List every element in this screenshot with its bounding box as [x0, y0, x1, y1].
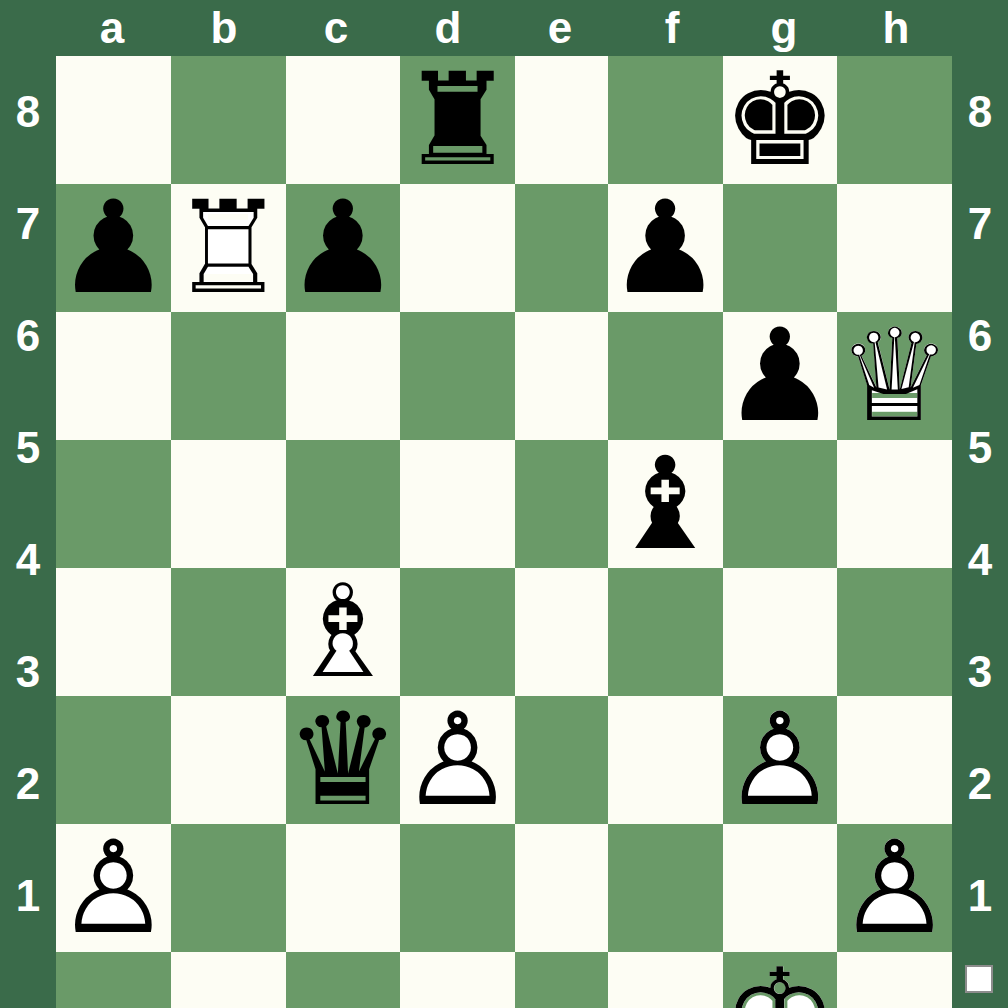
- square-e2[interactable]: [515, 824, 608, 952]
- black-rook[interactable]: ♜: [400, 56, 515, 184]
- square-f4[interactable]: [608, 568, 723, 696]
- square-a3[interactable]: [56, 696, 171, 824]
- square-b3[interactable]: [171, 696, 286, 824]
- piece-outline-glyph: ♔: [723, 952, 838, 1008]
- square-c5[interactable]: [286, 440, 401, 568]
- side-to-move-indicator: [965, 965, 993, 993]
- black-bishop[interactable]: ♝: [608, 440, 723, 568]
- rank-labels-right: 87654321: [952, 56, 1008, 952]
- rank-label-1: 1: [952, 840, 1008, 952]
- square-b8[interactable]: [171, 56, 286, 184]
- square-h4[interactable]: [837, 568, 952, 696]
- black-queen[interactable]: ♛: [286, 696, 401, 824]
- piece-outline-glyph: ♗: [286, 568, 401, 696]
- square-d4[interactable]: [400, 568, 515, 696]
- square-b2[interactable]: [171, 824, 286, 952]
- white-king[interactable]: ♚♔: [723, 952, 838, 1008]
- square-d5[interactable]: [400, 440, 515, 568]
- rank-label-8: 8: [0, 56, 56, 168]
- piece-outline-glyph: ♕: [837, 312, 952, 440]
- square-a6[interactable]: [56, 312, 171, 440]
- square-c8[interactable]: [286, 56, 401, 184]
- square-d6[interactable]: [400, 312, 515, 440]
- white-rook[interactable]: ♜♖: [171, 184, 286, 312]
- square-f8[interactable]: [608, 56, 723, 184]
- piece-outline-glyph: ♙: [837, 824, 952, 952]
- file-label-c: c: [280, 0, 392, 56]
- black-pawn[interactable]: ♟: [608, 184, 723, 312]
- square-h7[interactable]: [837, 184, 952, 312]
- square-a7[interactable]: ♟: [56, 184, 171, 312]
- square-f3[interactable]: [608, 696, 723, 824]
- square-c1[interactable]: [286, 952, 401, 1008]
- black-pawn[interactable]: ♟: [286, 184, 401, 312]
- black-pawn[interactable]: ♟: [56, 184, 171, 312]
- chess-board-frame: abcdefgh abcdefgh 87654321 87654321 ♜♚♟♜…: [0, 0, 1008, 1008]
- square-a8[interactable]: [56, 56, 171, 184]
- square-d3[interactable]: ♟♙: [400, 696, 515, 824]
- square-g2[interactable]: [723, 824, 838, 952]
- square-b4[interactable]: [171, 568, 286, 696]
- rank-label-5: 5: [952, 392, 1008, 504]
- square-h6[interactable]: ♛♕: [837, 312, 952, 440]
- piece-glyph: ♛: [286, 696, 401, 824]
- white-pawn[interactable]: ♟♙: [837, 824, 952, 952]
- file-label-a: a: [56, 0, 168, 56]
- square-e6[interactable]: [515, 312, 608, 440]
- black-pawn[interactable]: ♟: [723, 312, 838, 440]
- piece-glyph: ♝: [608, 440, 723, 568]
- square-c6[interactable]: [286, 312, 401, 440]
- rank-label-7: 7: [952, 168, 1008, 280]
- square-b6[interactable]: [171, 312, 286, 440]
- square-g3[interactable]: ♟♙: [723, 696, 838, 824]
- rank-labels-left: 87654321: [0, 56, 56, 952]
- square-b1[interactable]: [171, 952, 286, 1008]
- square-g4[interactable]: [723, 568, 838, 696]
- white-pawn[interactable]: ♟♙: [723, 696, 838, 824]
- piece-glyph: ♚: [723, 56, 838, 184]
- square-d7[interactable]: [400, 184, 515, 312]
- square-e3[interactable]: [515, 696, 608, 824]
- file-label-e: e: [504, 0, 616, 56]
- piece-glyph: ♟: [723, 312, 838, 440]
- square-e5[interactable]: [515, 440, 608, 568]
- rank-label-8: 8: [952, 56, 1008, 168]
- rank-label-3: 3: [952, 616, 1008, 728]
- square-f1[interactable]: [608, 952, 723, 1008]
- square-e4[interactable]: [515, 568, 608, 696]
- square-h8[interactable]: [837, 56, 952, 184]
- square-c3[interactable]: ♛: [286, 696, 401, 824]
- square-h2[interactable]: ♟♙: [837, 824, 952, 952]
- square-f7[interactable]: ♟: [608, 184, 723, 312]
- square-e8[interactable]: [515, 56, 608, 184]
- rank-label-5: 5: [0, 392, 56, 504]
- square-h1[interactable]: [837, 952, 952, 1008]
- square-c4[interactable]: ♝♗: [286, 568, 401, 696]
- square-g6[interactable]: ♟: [723, 312, 838, 440]
- rank-label-6: 6: [952, 280, 1008, 392]
- square-c7[interactable]: ♟: [286, 184, 401, 312]
- rank-label-3: 3: [0, 616, 56, 728]
- piece-outline-glyph: ♙: [723, 696, 838, 824]
- square-h5[interactable]: [837, 440, 952, 568]
- rank-label-2: 2: [0, 728, 56, 840]
- square-e7[interactable]: [515, 184, 608, 312]
- file-label-b: b: [168, 0, 280, 56]
- piece-glyph: ♟: [608, 184, 723, 312]
- piece-outline-glyph: ♙: [400, 696, 515, 824]
- square-f6[interactable]: [608, 312, 723, 440]
- piece-outline-glyph: ♖: [171, 184, 286, 312]
- black-king[interactable]: ♚: [723, 56, 838, 184]
- square-h3[interactable]: [837, 696, 952, 824]
- square-a5[interactable]: [56, 440, 171, 568]
- square-d2[interactable]: [400, 824, 515, 952]
- piece-glyph: ♟: [56, 184, 171, 312]
- rank-label-4: 4: [952, 504, 1008, 616]
- square-a1[interactable]: [56, 952, 171, 1008]
- file-label-h: h: [840, 0, 952, 56]
- square-a2[interactable]: ♟♙: [56, 824, 171, 952]
- square-d8[interactable]: ♜: [400, 56, 515, 184]
- square-b5[interactable]: [171, 440, 286, 568]
- rank-label-1: 1: [0, 840, 56, 952]
- rank-label-2: 2: [952, 728, 1008, 840]
- rank-label-6: 6: [0, 280, 56, 392]
- white-pawn[interactable]: ♟♙: [56, 824, 171, 952]
- piece-outline-glyph: ♙: [56, 824, 171, 952]
- chess-board: ♜♚♟♜♖♟♟♟♛♕♝♝♗♛♟♙♟♙♟♙♟♙♚♔: [56, 56, 952, 952]
- square-b7[interactable]: ♜♖: [171, 184, 286, 312]
- rank-label-7: 7: [0, 168, 56, 280]
- file-label-f: f: [616, 0, 728, 56]
- white-pawn[interactable]: ♟♙: [400, 696, 515, 824]
- rank-label-4: 4: [0, 504, 56, 616]
- square-f2[interactable]: [608, 824, 723, 952]
- square-a4[interactable]: [56, 568, 171, 696]
- square-g8[interactable]: ♚: [723, 56, 838, 184]
- piece-glyph: ♜: [400, 56, 515, 184]
- white-bishop[interactable]: ♝♗: [286, 568, 401, 696]
- piece-glyph: ♟: [286, 184, 401, 312]
- square-e1[interactable]: [515, 952, 608, 1008]
- square-c2[interactable]: [286, 824, 401, 952]
- square-g7[interactable]: [723, 184, 838, 312]
- square-d1[interactable]: [400, 952, 515, 1008]
- square-g1[interactable]: ♚♔: [723, 952, 838, 1008]
- square-g5[interactable]: [723, 440, 838, 568]
- square-f5[interactable]: ♝: [608, 440, 723, 568]
- white-queen[interactable]: ♛♕: [837, 312, 952, 440]
